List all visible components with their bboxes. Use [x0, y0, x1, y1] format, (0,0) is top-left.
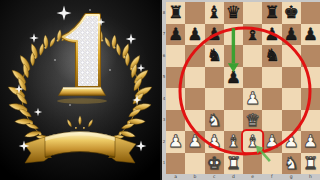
square-b3: [185, 110, 204, 132]
piece-black-pawn-h7: ♟: [301, 24, 320, 46]
square-d8: ♛: [224, 2, 243, 24]
square-e4: ♟: [243, 88, 262, 110]
piece-white-pawn-c2: ♟: [205, 131, 224, 153]
piece-black-knight-f6: ♞: [262, 45, 281, 67]
square-h3: [301, 110, 320, 132]
square-c7: ♟: [205, 24, 224, 46]
number-pedestal: [59, 88, 106, 96]
chess-board: ♜♝♛♜♚♟♟♟♝♟♟♟♞♞♟♟♞♛♟♟♟♝♝♟♟♟♚♜♞♜: [166, 2, 320, 174]
square-h8: [301, 2, 320, 24]
square-d1: ♜: [224, 153, 243, 175]
square-f3: [262, 110, 281, 132]
piece-white-queen-e3: ♛: [243, 110, 262, 132]
square-b8: [185, 2, 204, 24]
square-d4: [224, 88, 243, 110]
square-e5: [243, 67, 262, 89]
square-f2: ♟: [262, 131, 281, 153]
piece-white-bishop-d2: ♝: [224, 131, 243, 153]
square-f1: [262, 153, 281, 175]
square-g5: [282, 67, 301, 89]
square-a5: [166, 67, 185, 89]
square-g8: ♚: [282, 2, 301, 24]
square-b6: [185, 45, 204, 67]
square-g3: [282, 110, 301, 132]
piece-white-king-c1: ♚: [205, 153, 224, 175]
piece-white-pawn-a2: ♟: [166, 131, 185, 153]
square-e2: ♝: [243, 131, 262, 153]
piece-white-bishop-e2: ♝: [243, 131, 262, 153]
piece-white-rook-h1: ♜: [301, 153, 320, 175]
piece-white-knight-c3: ♞: [205, 110, 224, 132]
piece-black-king-g8: ♚: [282, 2, 301, 24]
square-b2: ♟: [185, 131, 204, 153]
file-label-h: h: [301, 174, 320, 180]
square-f6: ♞: [262, 45, 281, 67]
square-f7: ♟: [262, 24, 281, 46]
piece-black-pawn-f7: ♟: [262, 24, 281, 46]
piece-white-pawn-h2: ♟: [301, 131, 320, 153]
square-e6: [243, 45, 262, 67]
square-d5: ♟: [224, 67, 243, 89]
square-b5: [185, 67, 204, 89]
square-e3: ♛: [243, 110, 262, 132]
square-g2: ♟: [282, 131, 301, 153]
square-h1: ♜: [301, 153, 320, 175]
square-d3: [224, 110, 243, 132]
piece-black-rook-a8: ♜: [166, 2, 185, 24]
piece-white-rook-d1: ♜: [224, 153, 243, 175]
piece-black-knight-c6: ♞: [205, 45, 224, 67]
piece-black-pawn-c7: ♟: [205, 24, 224, 46]
square-a4: [166, 88, 185, 110]
square-g7: ♟: [282, 24, 301, 46]
square-a7: ♟: [166, 24, 185, 46]
piece-black-rook-f8: ♜: [262, 2, 281, 24]
square-g4: [282, 88, 301, 110]
square-a8: ♜: [166, 2, 185, 24]
square-h7: ♟: [301, 24, 320, 46]
square-e7: ♝: [243, 24, 262, 46]
piece-black-pawn-a7: ♟: [166, 24, 185, 46]
file-coordinates: abcdefgh: [166, 174, 320, 180]
square-c3: ♞: [205, 110, 224, 132]
piece-black-pawn-b7: ♟: [185, 24, 204, 46]
square-c2: ♟: [205, 131, 224, 153]
square-g1: ♞: [282, 153, 301, 175]
piece-black-pawn-d5: ♟: [224, 67, 243, 89]
square-f4: [262, 88, 281, 110]
file-label-c: c: [205, 174, 224, 180]
square-c6: ♞: [205, 45, 224, 67]
square-a2: ♟: [166, 131, 185, 153]
square-c5: [205, 67, 224, 89]
square-d6: [224, 45, 243, 67]
file-label-f: f: [262, 174, 281, 180]
piece-white-knight-g1: ♞: [282, 153, 301, 175]
piece-white-pawn-e4: ♟: [243, 88, 262, 110]
square-e8: [243, 2, 262, 24]
square-b1: [185, 153, 204, 175]
square-h6: [301, 45, 320, 67]
square-h2: ♟: [301, 131, 320, 153]
square-b7: ♟: [185, 24, 204, 46]
square-h4: [301, 88, 320, 110]
piece-white-pawn-b2: ♟: [185, 131, 204, 153]
square-c1: ♚: [205, 153, 224, 175]
square-f8: ♜: [262, 2, 281, 24]
square-h5: [301, 67, 320, 89]
chess-panel: 87654321 ♜♝♛♜♚♟♟♟♝♟♟♟♞♞♟♟♞♛♟♟♟♝♝♟♟♟♚♜♞♜ …: [160, 0, 320, 180]
square-a1: [166, 153, 185, 175]
square-g6: [282, 45, 301, 67]
square-d2: ♝: [224, 131, 243, 153]
square-a6: [166, 45, 185, 67]
award-graphic: 1: [0, 0, 160, 180]
piece-black-bishop-c8: ♝: [205, 2, 224, 24]
piece-white-pawn-f2: ♟: [262, 131, 281, 153]
piece-black-bishop-e7: ♝: [243, 24, 262, 46]
piece-black-queen-d8: ♛: [224, 2, 243, 24]
square-f5: [262, 67, 281, 89]
square-c4: [205, 88, 224, 110]
square-c8: ♝: [205, 2, 224, 24]
file-label-g: g: [282, 174, 301, 180]
thumbnail: 1 87654321 ♜♝♛♜♚♟♟♟♝♟♟♟♞♞♟♟♞♛♟♟♟♝♝♟♟♟♚♜♞…: [0, 0, 320, 180]
square-a3: [166, 110, 185, 132]
square-d7: [224, 24, 243, 46]
piece-white-pawn-g2: ♟: [282, 131, 301, 153]
file-label-d: d: [224, 174, 243, 180]
square-b4: [185, 88, 204, 110]
file-label-b: b: [185, 174, 204, 180]
award-art: 1: [0, 0, 160, 180]
piece-black-pawn-g7: ♟: [282, 24, 301, 46]
file-label-e: e: [243, 174, 262, 180]
file-label-a: a: [166, 174, 185, 180]
square-e1: [243, 153, 262, 175]
